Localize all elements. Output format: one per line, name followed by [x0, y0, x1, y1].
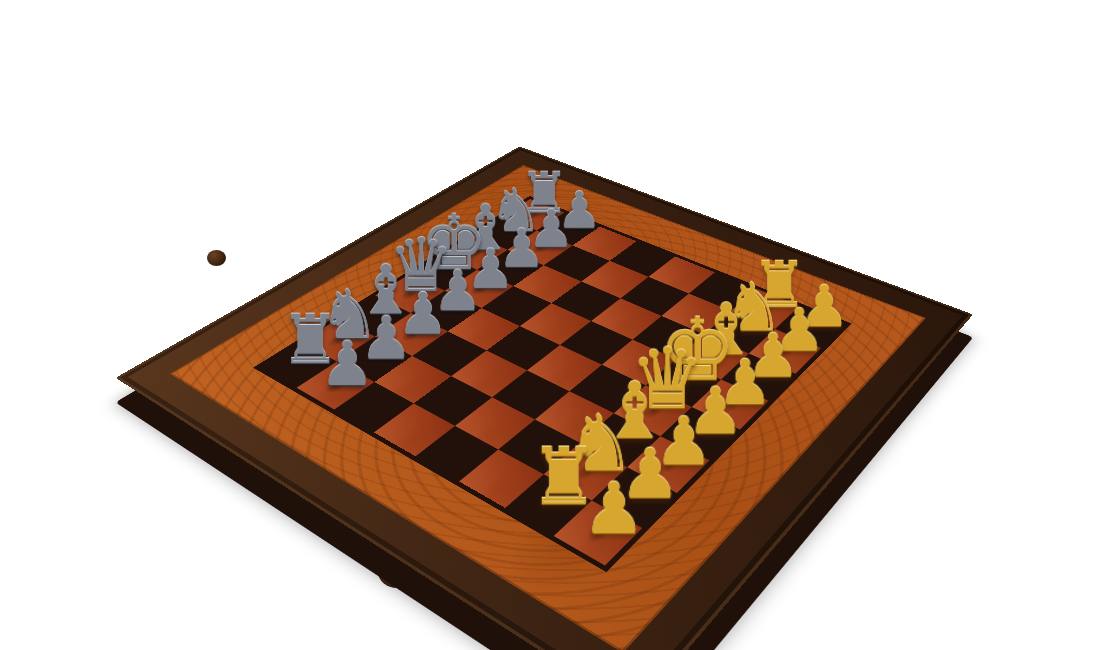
- board-foot-left: [207, 250, 226, 266]
- chess-board-3d: ♜♞♝♛♚♝♞♜♟♟♟♟♟♟♟♟♜♞♝♛♚♝♞♜♟♟♟♟♟♟♟♟: [116, 146, 973, 650]
- piece-black-pawn-a7: ♟: [320, 336, 375, 391]
- piece-white-pawn-a1: ♟: [582, 477, 646, 541]
- product-photo-stage: ♜♞♝♛♚♝♞♜♟♟♟♟♟♟♟♟♜♞♝♛♚♝♞♜♟♟♟♟♟♟♟♟: [0, 0, 1100, 650]
